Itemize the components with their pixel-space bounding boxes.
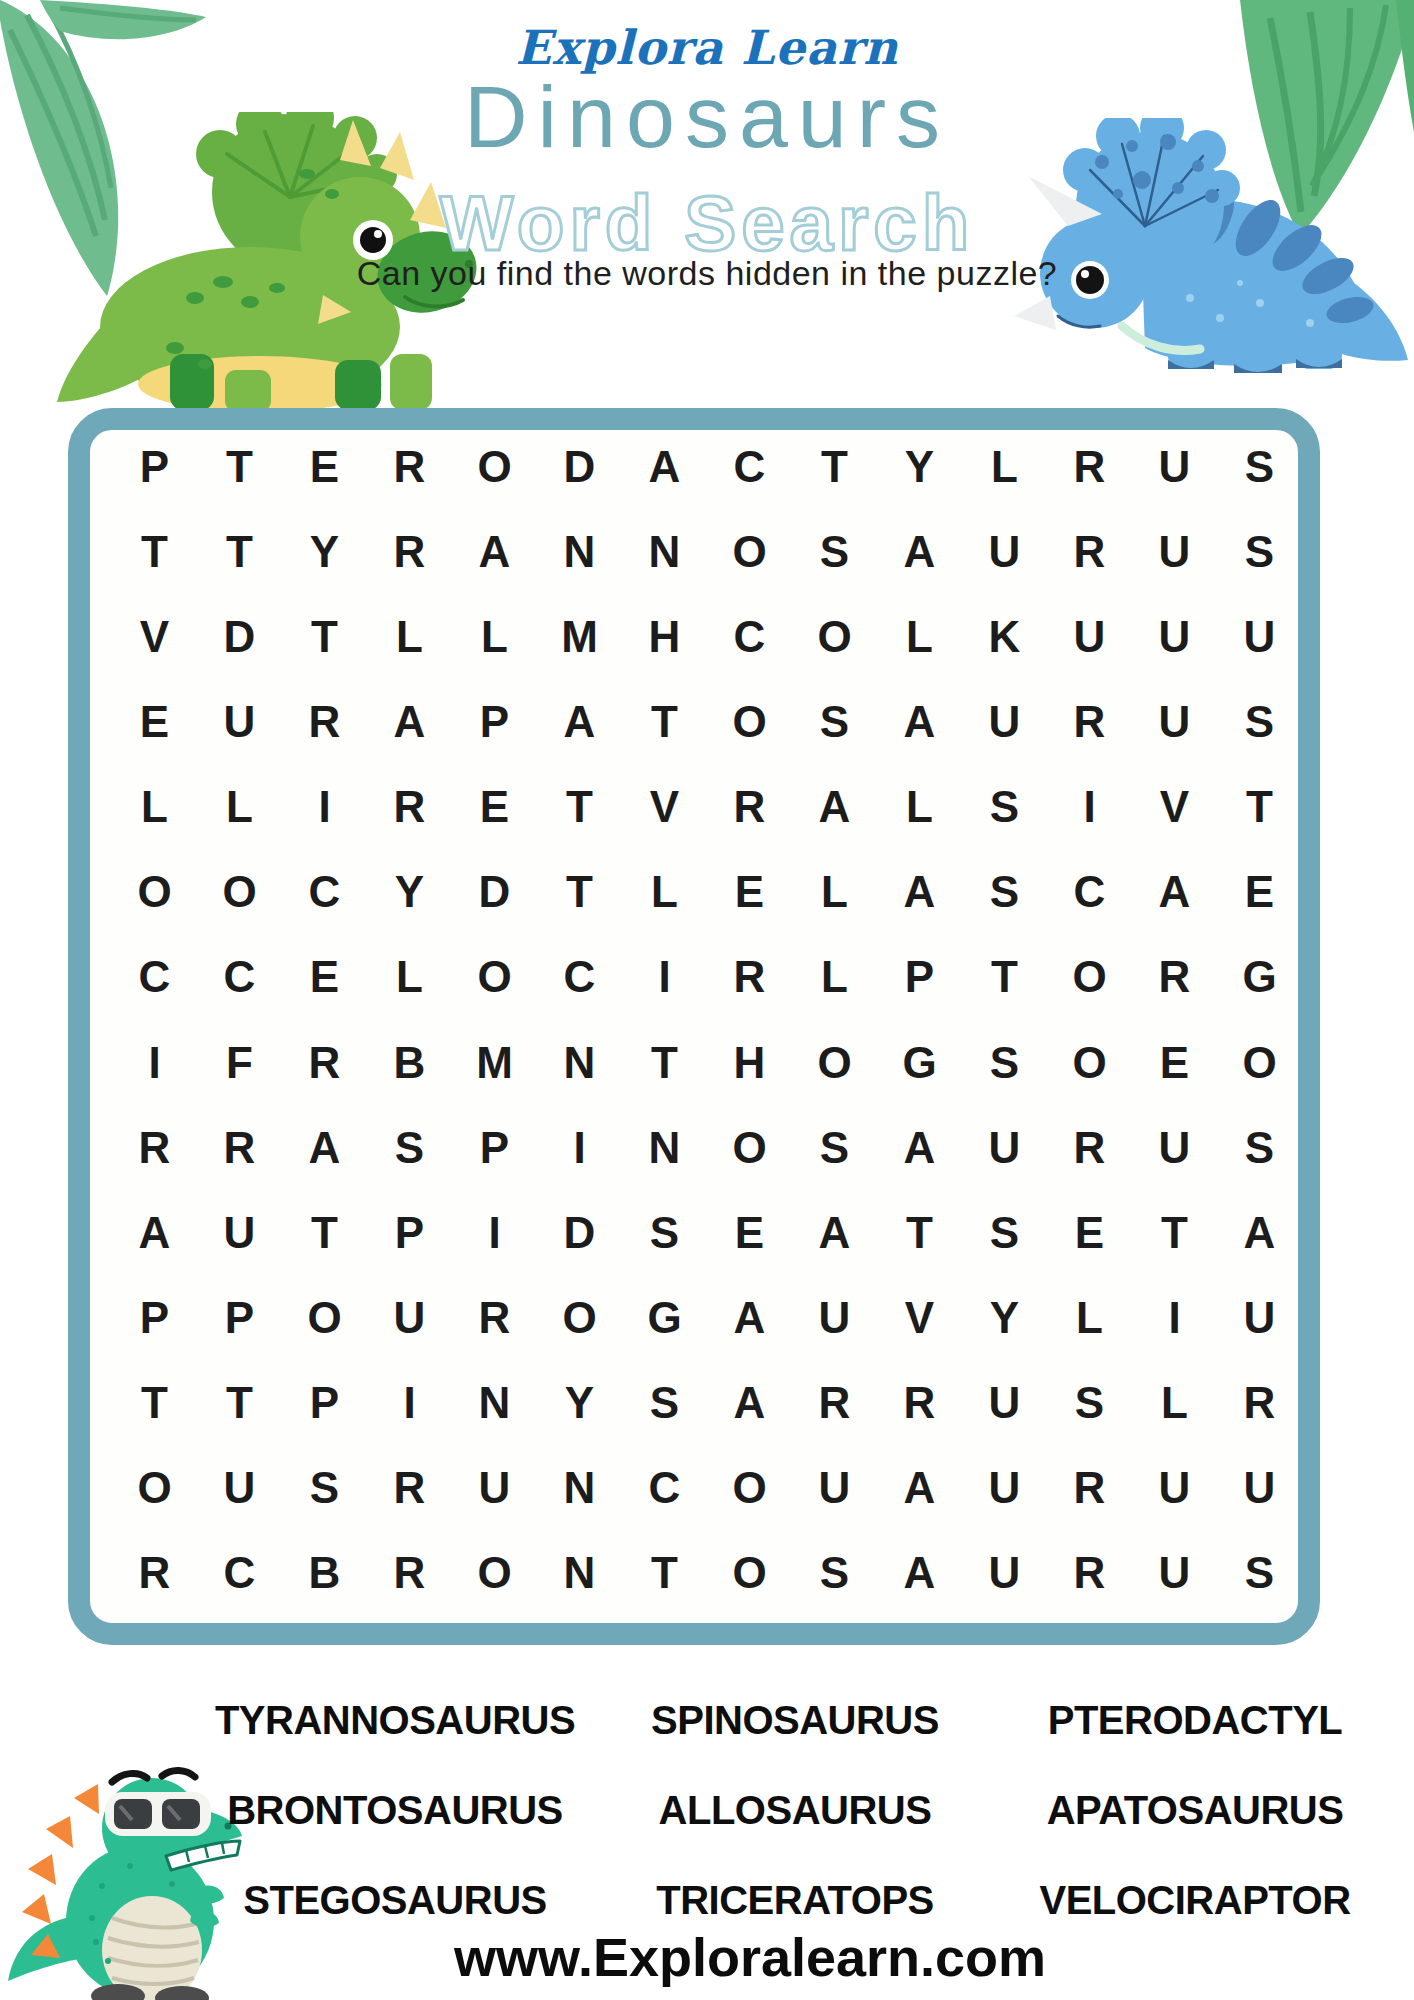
grid-cell-r12c7[interactable]: S xyxy=(622,1361,707,1446)
grid-cell-r7c6[interactable]: C xyxy=(537,935,622,1020)
grid-cell-r1c6[interactable]: D xyxy=(537,424,622,509)
grid-cell-r4c12[interactable]: R xyxy=(1047,679,1132,764)
grid-cell-r14c3[interactable]: B xyxy=(282,1531,367,1616)
grid-cell-r11c1[interactable]: P xyxy=(112,1275,197,1360)
grid-cell-r7c3[interactable]: E xyxy=(282,935,367,1020)
grid-cell-r14c13[interactable]: U xyxy=(1132,1531,1217,1616)
grid-cell-r13c5[interactable]: U xyxy=(452,1446,537,1531)
grid-cell-r13c1[interactable]: O xyxy=(112,1446,197,1531)
grid-cell-r1c11[interactable]: L xyxy=(962,424,1047,509)
grid-cell-r5c1[interactable]: L xyxy=(112,765,197,850)
grid-cell-r9c4[interactable]: S xyxy=(367,1105,452,1190)
grid-cell-r5c12[interactable]: I xyxy=(1047,765,1132,850)
grid-cell-r4c4[interactable]: A xyxy=(367,679,452,764)
grid-cell-r6c10[interactable]: A xyxy=(877,850,962,935)
grid-cell-r10c2[interactable]: U xyxy=(197,1190,282,1275)
grid-cell-r2c1[interactable]: T xyxy=(112,509,197,594)
grid-cell-r1c9[interactable]: T xyxy=(792,424,877,509)
grid-cell-r3c9[interactable]: O xyxy=(792,594,877,679)
grid-cell-r9c14[interactable]: S xyxy=(1217,1105,1302,1190)
grid-cell-r13c8[interactable]: O xyxy=(707,1446,792,1531)
grid-cell-r4c8[interactable]: O xyxy=(707,679,792,764)
grid-cell-r6c5[interactable]: D xyxy=(452,850,537,935)
grid-cell-r3c1[interactable]: V xyxy=(112,594,197,679)
grid-cell-r1c2[interactable]: T xyxy=(197,424,282,509)
grid-cell-r3c5[interactable]: L xyxy=(452,594,537,679)
grid-cell-r10c9[interactable]: A xyxy=(792,1190,877,1275)
grid-cell-r11c6[interactable]: O xyxy=(537,1275,622,1360)
grid-cell-r7c8[interactable]: R xyxy=(707,935,792,1020)
grid-cell-r5c9[interactable]: A xyxy=(792,765,877,850)
grid-cell-r10c1[interactable]: A xyxy=(112,1190,197,1275)
grid-cell-r13c7[interactable]: C xyxy=(622,1446,707,1531)
grid-cell-r11c8[interactable]: A xyxy=(707,1275,792,1360)
grid-cell-r12c13[interactable]: L xyxy=(1132,1361,1217,1446)
grid-cell-r6c1[interactable]: O xyxy=(112,850,197,935)
grid-cell-r8c1[interactable]: I xyxy=(112,1020,197,1105)
grid-cell-r10c12[interactable]: E xyxy=(1047,1190,1132,1275)
grid-cell-r5c2[interactable]: L xyxy=(197,765,282,850)
grid-cell-r13c10[interactable]: A xyxy=(877,1446,962,1531)
word-triceratops: TRICERATOPS xyxy=(656,1878,934,1922)
grid-cell-r3c14[interactable]: U xyxy=(1217,594,1302,679)
grid-cell-r8c9[interactable]: O xyxy=(792,1020,877,1105)
grid-cell-r7c5[interactable]: O xyxy=(452,935,537,1020)
grid-cell-r13c2[interactable]: U xyxy=(197,1446,282,1531)
grid-cell-r8c3[interactable]: R xyxy=(282,1020,367,1105)
grid-cell-r3c11[interactable]: K xyxy=(962,594,1047,679)
grid-cell-r6c13[interactable]: A xyxy=(1132,850,1217,935)
grid-cell-r1c7[interactable]: A xyxy=(622,424,707,509)
grid-cell-r1c14[interactable]: S xyxy=(1217,424,1302,509)
grid-cell-r12c2[interactable]: T xyxy=(197,1361,282,1446)
grid-cell-r3c2[interactable]: D xyxy=(197,594,282,679)
grid-cell-r9c2[interactable]: R xyxy=(197,1105,282,1190)
grid-cell-r2c2[interactable]: T xyxy=(197,509,282,594)
grid-cell-r13c12[interactable]: R xyxy=(1047,1446,1132,1531)
grid-cell-r10c4[interactable]: P xyxy=(367,1190,452,1275)
grid-cell-r3c12[interactable]: U xyxy=(1047,594,1132,679)
grid-cell-r2c3[interactable]: Y xyxy=(282,509,367,594)
worksheet-page: Explora Learn Dinosaurs Word Search Can … xyxy=(0,0,1414,2000)
grid-cell-r2c10[interactable]: A xyxy=(877,509,962,594)
grid-cell-r7c13[interactable]: R xyxy=(1132,935,1217,1020)
grid-cell-r14c14[interactable]: S xyxy=(1217,1531,1302,1616)
grid-cell-r5c7[interactable]: V xyxy=(622,765,707,850)
grid-cell-r12c1[interactable]: T xyxy=(112,1361,197,1446)
grid-cell-r8c10[interactable]: G xyxy=(877,1020,962,1105)
grid-cell-r10c11[interactable]: S xyxy=(962,1190,1047,1275)
grid-cell-r11c7[interactable]: G xyxy=(622,1275,707,1360)
word-tyrannosaurus: TYRANNOSAURUS xyxy=(215,1698,575,1742)
grid-cell-r11c4[interactable]: U xyxy=(367,1275,452,1360)
grid-cell-r11c2[interactable]: P xyxy=(197,1275,282,1360)
grid-cell-r6c8[interactable]: E xyxy=(707,850,792,935)
grid-cell-r3c10[interactable]: L xyxy=(877,594,962,679)
grid-cell-r11c13[interactable]: I xyxy=(1132,1275,1217,1360)
word-pterodactyl: PTERODACTYL xyxy=(1048,1698,1343,1742)
grid-cell-r2c14[interactable]: S xyxy=(1217,509,1302,594)
grid-cell-r4c5[interactable]: P xyxy=(452,679,537,764)
grid-cell-r4c7[interactable]: T xyxy=(622,679,707,764)
grid-cell-r4c3[interactable]: R xyxy=(282,679,367,764)
grid-cell-r14c12[interactable]: R xyxy=(1047,1531,1132,1616)
grid-cell-r2c12[interactable]: R xyxy=(1047,509,1132,594)
grid-cell-r11c11[interactable]: Y xyxy=(962,1275,1047,1360)
grid-cell-r6c3[interactable]: C xyxy=(282,850,367,935)
grid-cell-r12c3[interactable]: P xyxy=(282,1361,367,1446)
grid-cell-r5c11[interactable]: S xyxy=(962,765,1047,850)
grid-cell-r7c7[interactable]: I xyxy=(622,935,707,1020)
grid-cell-r2c8[interactable]: O xyxy=(707,509,792,594)
grid-cell-r13c3[interactable]: S xyxy=(282,1446,367,1531)
grid-cell-r6c4[interactable]: Y xyxy=(367,850,452,935)
grid-cell-r4c14[interactable]: S xyxy=(1217,679,1302,764)
grid-cell-r3c13[interactable]: U xyxy=(1132,594,1217,679)
grid-cell-r4c10[interactable]: A xyxy=(877,679,962,764)
grid-cell-r9c3[interactable]: A xyxy=(282,1105,367,1190)
grid-cell-r1c5[interactable]: O xyxy=(452,424,537,509)
grid-cell-r3c7[interactable]: H xyxy=(622,594,707,679)
grid-cell-r14c2[interactable]: C xyxy=(197,1531,282,1616)
word-brontosaurus: BRONTOSAURUS xyxy=(227,1788,563,1832)
grid-cell-r10c7[interactable]: S xyxy=(622,1190,707,1275)
grid-cell-r9c12[interactable]: R xyxy=(1047,1105,1132,1190)
grid-cell-r13c11[interactable]: U xyxy=(962,1446,1047,1531)
grid-cell-r5c5[interactable]: E xyxy=(452,765,537,850)
grid-cell-r14c8[interactable]: O xyxy=(707,1531,792,1616)
grid-cell-r14c9[interactable]: S xyxy=(792,1531,877,1616)
grid-cell-r10c3[interactable]: T xyxy=(282,1190,367,1275)
grid-cell-r13c4[interactable]: R xyxy=(367,1446,452,1531)
grid-cell-r12c11[interactable]: U xyxy=(962,1361,1047,1446)
website-footer: www.Exploralearn.com xyxy=(150,1926,1350,1988)
grid-cell-r14c6[interactable]: N xyxy=(537,1531,622,1616)
word-stegosaurus: STEGOSAURUS xyxy=(243,1878,546,1922)
grid-cell-r7c10[interactable]: P xyxy=(877,935,962,1020)
grid-cell-r8c11[interactable]: S xyxy=(962,1020,1047,1105)
grid-cell-r1c1[interactable]: P xyxy=(112,424,197,509)
grid-cell-r13c9[interactable]: U xyxy=(792,1446,877,1531)
word-apatosaurus: APATOSAURUS xyxy=(1047,1788,1344,1832)
grid-cell-r7c14[interactable]: G xyxy=(1217,935,1302,1020)
grid-cell-r8c2[interactable]: F xyxy=(197,1020,282,1105)
grid-cell-r14c5[interactable]: O xyxy=(452,1531,537,1616)
grid-cell-r12c6[interactable]: Y xyxy=(537,1361,622,1446)
grid-cell-r4c2[interactable]: U xyxy=(197,679,282,764)
grid-cell-r8c4[interactable]: B xyxy=(367,1020,452,1105)
grid-cell-r9c13[interactable]: U xyxy=(1132,1105,1217,1190)
grid-cell-r14c4[interactable]: R xyxy=(367,1531,452,1616)
grid-cell-r10c6[interactable]: D xyxy=(537,1190,622,1275)
tagline: Can you find the words hidden in the puz… xyxy=(0,254,1414,293)
page-title: Dinosaurs xyxy=(0,66,1414,168)
grid-cell-r13c13[interactable]: U xyxy=(1132,1446,1217,1531)
grid-cell-r6c9[interactable]: L xyxy=(792,850,877,935)
grid-cell-r6c14[interactable]: E xyxy=(1217,850,1302,935)
grid-cell-r1c3[interactable]: E xyxy=(282,424,367,509)
grid-cell-r3c6[interactable]: M xyxy=(537,594,622,679)
word-list: TYRANNOSAURUSSPINOSAURUSPTERODACTYLBRONT… xyxy=(195,1698,1395,1922)
grid-cell-r3c8[interactable]: C xyxy=(707,594,792,679)
grid-cell-r3c4[interactable]: L xyxy=(367,594,452,679)
grid-cell-r2c9[interactable]: S xyxy=(792,509,877,594)
grid-cell-r11c3[interactable]: O xyxy=(282,1275,367,1360)
grid-cell-r10c5[interactable]: I xyxy=(452,1190,537,1275)
grid-cell-r12c8[interactable]: A xyxy=(707,1361,792,1446)
word-velociraptor: VELOCIRAPTOR xyxy=(1039,1878,1350,1922)
grid-cell-r1c10[interactable]: Y xyxy=(877,424,962,509)
grid-cell-r4c13[interactable]: U xyxy=(1132,679,1217,764)
grid-cell-r5c4[interactable]: R xyxy=(367,765,452,850)
grid-cell-r8c6[interactable]: N xyxy=(537,1020,622,1105)
grid-cell-r7c4[interactable]: L xyxy=(367,935,452,1020)
grid-cell-r9c6[interactable]: I xyxy=(537,1105,622,1190)
grid-cell-r9c1[interactable]: R xyxy=(112,1105,197,1190)
grid-cell-r5c8[interactable]: R xyxy=(707,765,792,850)
grid-cell-r5c6[interactable]: T xyxy=(537,765,622,850)
grid-cell-r5c3[interactable]: I xyxy=(282,765,367,850)
grid-cell-r3c3[interactable]: T xyxy=(282,594,367,679)
grid-cell-r6c2[interactable]: O xyxy=(197,850,282,935)
grid-cell-r9c5[interactable]: P xyxy=(452,1105,537,1190)
grid-cell-r14c7[interactable]: T xyxy=(622,1531,707,1616)
grid-cell-r2c5[interactable]: A xyxy=(452,509,537,594)
grid-cell-r9c8[interactable]: O xyxy=(707,1105,792,1190)
grid-cell-r2c13[interactable]: U xyxy=(1132,509,1217,594)
grid-cell-r13c6[interactable]: N xyxy=(537,1446,622,1531)
grid-cell-r7c9[interactable]: L xyxy=(792,935,877,1020)
word-spinosaurus: SPINOSAURUS xyxy=(651,1698,939,1742)
grid-cell-r10c10[interactable]: T xyxy=(877,1190,962,1275)
grid-cell-r1c4[interactable]: R xyxy=(367,424,452,509)
grid-cell-r8c13[interactable]: E xyxy=(1132,1020,1217,1105)
grid-cell-r4c11[interactable]: U xyxy=(962,679,1047,764)
grid-cell-r5c14[interactable]: T xyxy=(1217,765,1302,850)
grid-cell-r7c1[interactable]: C xyxy=(112,935,197,1020)
grid-cell-r11c12[interactable]: L xyxy=(1047,1275,1132,1360)
grid-cell-r9c7[interactable]: N xyxy=(622,1105,707,1190)
grid-cell-r9c11[interactable]: U xyxy=(962,1105,1047,1190)
grid-cell-r4c6[interactable]: A xyxy=(537,679,622,764)
grid-cell-r2c7[interactable]: N xyxy=(622,509,707,594)
grid-cell-r4c1[interactable]: E xyxy=(112,679,197,764)
grid-cell-r6c12[interactable]: C xyxy=(1047,850,1132,935)
grid-cell-r9c10[interactable]: A xyxy=(877,1105,962,1190)
grid-cell-r1c8[interactable]: C xyxy=(707,424,792,509)
grid-cell-r6c7[interactable]: L xyxy=(622,850,707,935)
grid-cell-r5c13[interactable]: V xyxy=(1132,765,1217,850)
grid-cell-r14c10[interactable]: A xyxy=(877,1531,962,1616)
grid-cell-r7c12[interactable]: O xyxy=(1047,935,1132,1020)
grid-cell-r11c14[interactable]: U xyxy=(1217,1275,1302,1360)
grid-cell-r12c9[interactable]: R xyxy=(792,1361,877,1446)
grid-cell-r1c12[interactable]: R xyxy=(1047,424,1132,509)
grid-cell-r2c11[interactable]: U xyxy=(962,509,1047,594)
grid-cell-r7c11[interactable]: T xyxy=(962,935,1047,1020)
grid-cell-r13c14[interactable]: U xyxy=(1217,1446,1302,1531)
grid-cell-r12c4[interactable]: I xyxy=(367,1361,452,1446)
grid-cell-r12c5[interactable]: N xyxy=(452,1361,537,1446)
grid-cell-r14c11[interactable]: U xyxy=(962,1531,1047,1616)
word-allosaurus: ALLOSAURUS xyxy=(659,1788,932,1832)
grid-cell-r1c13[interactable]: U xyxy=(1132,424,1217,509)
grid-cell-r12c12[interactable]: S xyxy=(1047,1361,1132,1446)
grid-cell-r8c12[interactable]: O xyxy=(1047,1020,1132,1105)
grid-cell-r6c6[interactable]: T xyxy=(537,850,622,935)
grid-cell-r9c9[interactable]: S xyxy=(792,1105,877,1190)
grid-cell-r7c2[interactable]: C xyxy=(197,935,282,1020)
grid-cell-r6c11[interactable]: S xyxy=(962,850,1047,935)
grid-cell-r8c7[interactable]: T xyxy=(622,1020,707,1105)
grid-cell-r11c10[interactable]: V xyxy=(877,1275,962,1360)
grid-cell-r2c4[interactable]: R xyxy=(367,509,452,594)
grid-cell-r4c9[interactable]: S xyxy=(792,679,877,764)
grid-cell-r12c14[interactable]: R xyxy=(1217,1361,1302,1446)
grid-cell-r5c10[interactable]: L xyxy=(877,765,962,850)
grid-cell-r10c8[interactable]: E xyxy=(707,1190,792,1275)
grid-cell-r14c1[interactable]: R xyxy=(112,1531,197,1616)
word-search-grid: PTERODACTYLRUSTTYRANNOSAURUSVDTLLMHCOLKU… xyxy=(112,424,1302,1616)
grid-cell-r2c6[interactable]: N xyxy=(537,509,622,594)
grid-cell-r8c8[interactable]: H xyxy=(707,1020,792,1105)
grid-cell-r8c14[interactable]: O xyxy=(1217,1020,1302,1105)
grid-cell-r12c10[interactable]: R xyxy=(877,1361,962,1446)
grid-cell-r11c9[interactable]: U xyxy=(792,1275,877,1360)
grid-cell-r11c5[interactable]: R xyxy=(452,1275,537,1360)
grid-cell-r8c5[interactable]: M xyxy=(452,1020,537,1105)
grid-cell-r10c13[interactable]: T xyxy=(1132,1190,1217,1275)
grid-cell-r10c14[interactable]: A xyxy=(1217,1190,1302,1275)
